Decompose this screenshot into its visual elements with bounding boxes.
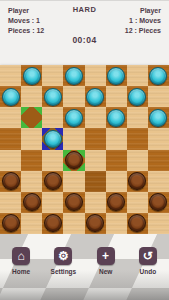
board-square-r7c6[interactable] [127, 213, 148, 234]
blue-checker-piece[interactable] [107, 109, 125, 127]
brown-checker-piece[interactable] [44, 214, 62, 232]
blue-checker-piece[interactable] [44, 88, 62, 106]
board-square-r2c4[interactable] [85, 107, 106, 128]
new-game-button[interactable]: + New [89, 247, 123, 275]
board-square-r5c0[interactable] [0, 171, 21, 192]
board-square-r2c1[interactable] [21, 107, 42, 128]
undo-icon[interactable]: ↺ [139, 247, 157, 265]
gear-icon[interactable]: ⚙ [54, 247, 72, 265]
board-square-r4c3[interactable] [63, 150, 84, 171]
brown-checker-piece[interactable] [128, 172, 146, 190]
board-square-r0c3[interactable] [63, 65, 84, 86]
board-square-r3c7[interactable] [148, 128, 169, 149]
board-square-r2c0[interactable] [0, 107, 21, 128]
board-square-r6c6[interactable] [127, 192, 148, 213]
undo-button[interactable]: ↺ Undo [131, 247, 165, 275]
board-square-r7c1[interactable] [21, 213, 42, 234]
brown-checker-piece[interactable] [65, 151, 83, 169]
board-square-r3c1[interactable] [21, 128, 42, 149]
board-square-r7c2[interactable] [42, 213, 63, 234]
board-square-r0c2[interactable] [42, 65, 63, 86]
blue-checker-piece[interactable] [65, 109, 83, 127]
right-player-pieces: 12 : Pieces [125, 26, 161, 36]
brown-checker-piece[interactable] [128, 214, 146, 232]
board-square-r1c5[interactable] [106, 86, 127, 107]
board-square-r5c4[interactable] [85, 171, 106, 192]
brown-checker-piece[interactable] [2, 214, 20, 232]
board-square-r0c1[interactable] [21, 65, 42, 86]
board-square-r4c7[interactable] [148, 150, 169, 171]
board-square-r6c1[interactable] [21, 192, 42, 213]
board-square-r3c2[interactable] [42, 128, 63, 149]
board-square-r3c5[interactable] [106, 128, 127, 149]
board-square-r7c3[interactable] [63, 213, 84, 234]
board-square-r4c1[interactable] [21, 150, 42, 171]
board-square-r0c7[interactable] [148, 65, 169, 86]
brown-checker-piece[interactable] [107, 193, 125, 211]
settings-button[interactable]: ⚙ Settings [46, 247, 80, 275]
board-square-r0c5[interactable] [106, 65, 127, 86]
board-square-r1c7[interactable] [148, 86, 169, 107]
board-square-r1c2[interactable] [42, 86, 63, 107]
settings-button-label: Settings [51, 268, 77, 275]
undo-button-label: Undo [140, 268, 157, 275]
checkers-app: Player Moves : 1 Pieces : 12 HARD 00:04 … [0, 0, 169, 300]
brown-checker-piece[interactable] [65, 193, 83, 211]
game-timer: 00:04 [0, 35, 169, 45]
board-square-r6c0[interactable] [0, 192, 21, 213]
board-square-r6c2[interactable] [42, 192, 63, 213]
board-square-r5c5[interactable] [106, 171, 127, 192]
board-square-r5c7[interactable] [148, 171, 169, 192]
board-square-r3c4[interactable] [85, 128, 106, 149]
board-square-r3c6[interactable] [127, 128, 148, 149]
board-square-r7c0[interactable] [0, 213, 21, 234]
blue-checker-piece[interactable] [107, 67, 125, 85]
blue-checker-piece[interactable] [2, 88, 20, 106]
blue-checker-piece[interactable] [23, 67, 41, 85]
board-square-r4c6[interactable] [127, 150, 148, 171]
new-button-label: New [99, 268, 112, 275]
board-square-r7c5[interactable] [106, 213, 127, 234]
board-square-r4c2[interactable] [42, 150, 63, 171]
board-square-r6c3[interactable] [63, 192, 84, 213]
blue-checker-piece[interactable] [86, 88, 104, 106]
board-square-r1c6[interactable] [127, 86, 148, 107]
blue-checker-piece[interactable] [149, 109, 167, 127]
board-square-r1c3[interactable] [63, 86, 84, 107]
brown-checker-piece[interactable] [149, 193, 167, 211]
board-square-r1c1[interactable] [21, 86, 42, 107]
board-square-r6c7[interactable] [148, 192, 169, 213]
board-square-r4c0[interactable] [0, 150, 21, 171]
left-player-moves: Moves : 1 [8, 16, 44, 26]
board-square-r2c5[interactable] [106, 107, 127, 128]
board-square-r5c2[interactable] [42, 171, 63, 192]
board-square-r4c5[interactable] [106, 150, 127, 171]
right-player-moves: 1 : Moves [125, 16, 161, 26]
board-square-r3c0[interactable] [0, 128, 21, 149]
blue-checker-piece[interactable] [44, 130, 62, 148]
board-square-r0c6[interactable] [127, 65, 148, 86]
brown-checker-piece[interactable] [44, 172, 62, 190]
brown-checker-piece[interactable] [23, 193, 41, 211]
board-square-r1c4[interactable] [85, 86, 106, 107]
toolbar-buttons: ⌂ Home ⚙ Settings + New ↺ Undo [0, 247, 169, 275]
board-square-r6c4[interactable] [85, 192, 106, 213]
brown-checker-piece[interactable] [86, 214, 104, 232]
board-square-r3c3[interactable] [63, 128, 84, 149]
blue-checker-piece[interactable] [149, 67, 167, 85]
board [0, 65, 169, 234]
board-square-r4c4[interactable] [85, 150, 106, 171]
board-square-r1c0[interactable] [0, 86, 21, 107]
plus-icon[interactable]: + [97, 247, 115, 265]
board-square-r2c6[interactable] [127, 107, 148, 128]
home-button[interactable]: ⌂ Home [4, 247, 38, 275]
right-player-name: Player [125, 6, 161, 16]
brown-checker-piece[interactable] [2, 172, 20, 190]
board-square-r0c4[interactable] [85, 65, 106, 86]
board-square-r5c6[interactable] [127, 171, 148, 192]
board-square-r5c1[interactable] [21, 171, 42, 192]
blue-checker-piece[interactable] [65, 67, 83, 85]
board-square-r2c3[interactable] [63, 107, 84, 128]
blue-checker-piece[interactable] [128, 88, 146, 106]
home-button-label: Home [12, 268, 30, 275]
right-player-stats: Player 1 : Moves 12 : Pieces [125, 6, 161, 36]
board-square-r7c7[interactable] [148, 213, 169, 234]
toolbar: ⌂ Home ⚙ Settings + New ↺ Undo [0, 234, 169, 300]
board-square-r0c0[interactable] [0, 65, 21, 86]
board-square-r6c5[interactable] [106, 192, 127, 213]
board-square-r5c3[interactable] [63, 171, 84, 192]
board-square-r2c2[interactable] [42, 107, 63, 128]
home-icon[interactable]: ⌂ [12, 247, 30, 265]
board-square-r2c7[interactable] [148, 107, 169, 128]
board-square-r7c4[interactable] [85, 213, 106, 234]
header: Player Moves : 1 Pieces : 12 HARD 00:04 … [0, 0, 169, 65]
